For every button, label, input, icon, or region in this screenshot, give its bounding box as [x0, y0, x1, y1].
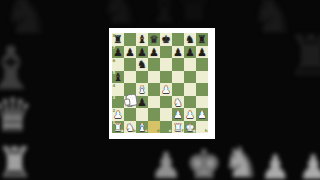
bg-pawn-icon: ♟: [260, 150, 290, 180]
square-c3[interactable]: ♟: [136, 96, 148, 109]
square-g6[interactable]: [184, 58, 196, 71]
square-d7[interactable]: ♟: [148, 46, 160, 59]
rank-label: 7: [113, 46, 116, 50]
square-f6[interactable]: [172, 58, 184, 71]
white-pawn[interactable]: ♟: [197, 108, 206, 121]
square-h6[interactable]: [196, 58, 208, 71]
square-h5[interactable]: [196, 71, 208, 84]
square-c2[interactable]: [136, 108, 148, 121]
square-h4[interactable]: [196, 83, 208, 96]
square-b7[interactable]: ♟: [124, 46, 136, 59]
rank-label: 3: [113, 96, 116, 100]
black-rook[interactable]: ♜: [197, 33, 206, 46]
square-f1[interactable]: f♜: [172, 121, 184, 134]
square-d6[interactable]: [148, 58, 160, 71]
square-d8[interactable]: ♛: [148, 33, 160, 46]
black-bishop[interactable]: ♝: [137, 33, 146, 46]
square-c8[interactable]: ♝: [136, 33, 148, 46]
bg-king-icon: ♚: [186, 144, 222, 180]
square-b8[interactable]: [124, 33, 136, 46]
rank-label: 5: [113, 71, 116, 75]
bg-knight-icon: ♞: [100, 0, 139, 30]
white-pawn[interactable]: ♟: [161, 83, 170, 96]
square-e6[interactable]: [160, 58, 172, 71]
square-a8[interactable]: 8♜: [112, 33, 124, 46]
square-e8[interactable]: ♚: [160, 33, 172, 46]
square-e5[interactable]: [160, 71, 172, 84]
square-e2[interactable]: [160, 108, 172, 121]
square-d3[interactable]: [148, 96, 160, 109]
square-a6[interactable]: 6: [112, 58, 124, 71]
square-f4[interactable]: [172, 83, 184, 96]
square-e3[interactable]: [160, 96, 172, 109]
square-h3[interactable]: [196, 96, 208, 109]
square-c6[interactable]: ♞: [136, 58, 148, 71]
white-pawn[interactable]: ♟: [185, 108, 194, 121]
square-g7[interactable]: ♟: [184, 46, 196, 59]
square-g3[interactable]: [184, 96, 196, 109]
square-d2[interactable]: [148, 108, 160, 121]
rank-label: 4: [113, 84, 116, 88]
square-e1[interactable]: e: [160, 121, 172, 134]
square-g5[interactable]: [184, 71, 196, 84]
bg-queen-icon: ♛: [0, 92, 33, 138]
black-pawn[interactable]: ♟: [197, 46, 206, 59]
square-d5[interactable]: [148, 71, 160, 84]
white-pawn[interactable]: ♟: [173, 108, 182, 121]
rank-label: 6: [113, 59, 116, 63]
square-h2[interactable]: ♟: [196, 108, 208, 121]
black-knight[interactable]: ♞: [185, 33, 194, 46]
black-pawn[interactable]: ♟: [185, 46, 194, 59]
square-h8[interactable]: ♜: [196, 33, 208, 46]
square-a4[interactable]: 4: [112, 83, 124, 96]
square-b1[interactable]: b♞: [124, 121, 136, 134]
rank-label: 1: [113, 121, 116, 125]
square-e7[interactable]: [160, 46, 172, 59]
bg-rook-icon: ♜: [286, 28, 320, 84]
square-g2[interactable]: ♟: [184, 108, 196, 121]
square-d1[interactable]: d: [148, 121, 160, 134]
bg-queen-icon: ♛: [176, 0, 212, 26]
black-knight[interactable]: ♞: [137, 58, 146, 71]
square-d4[interactable]: [148, 83, 160, 96]
square-g1[interactable]: g♚: [184, 121, 196, 134]
square-f3[interactable]: ♞: [172, 96, 184, 109]
black-king[interactable]: ♚: [161, 33, 170, 46]
square-a5[interactable]: 5♝: [112, 71, 124, 84]
square-a7[interactable]: 7♟: [112, 46, 124, 59]
rank-label: 8: [113, 34, 116, 38]
black-queen[interactable]: ♛: [149, 33, 158, 46]
black-pawn[interactable]: ♟: [149, 46, 158, 59]
square-f5[interactable]: [172, 71, 184, 84]
video-frame: ♞♞♝♛♞♝♛♜♜♟♚♞♟♟ 8♜♝♛♚♞♜7♟♟♟♟♟♟♟6♞5♝4♝♟3♛♟…: [0, 0, 320, 180]
white-knight[interactable]: ♞: [173, 96, 182, 109]
square-a2[interactable]: 2♟: [112, 108, 124, 121]
rank-label: 2: [113, 109, 116, 113]
square-e4[interactable]: ♟: [160, 83, 172, 96]
bg-pawn-icon: ♟: [298, 150, 320, 180]
square-b2[interactable]: [124, 108, 136, 121]
bg-pawn-icon: ♟: [150, 148, 182, 180]
square-h1[interactable]: h: [196, 121, 208, 134]
grab-hand-cursor: [125, 93, 138, 106]
square-g4[interactable]: [184, 83, 196, 96]
black-pawn[interactable]: ♟: [125, 46, 134, 59]
square-f8[interactable]: [172, 33, 184, 46]
square-g8[interactable]: ♞: [184, 33, 196, 46]
white-bishop[interactable]: ♝: [137, 83, 146, 96]
square-f2[interactable]: ♟: [172, 108, 184, 121]
black-pawn[interactable]: ♟: [173, 46, 182, 59]
square-a3[interactable]: 3: [112, 96, 124, 109]
chess-board[interactable]: 8♜♝♛♚♞♜7♟♟♟♟♟♟♟6♞5♝4♝♟3♛♟♞2♟♟♟♟1a♜b♞c♝de…: [112, 33, 208, 133]
bg-knight-icon: ♞: [222, 142, 260, 180]
square-f7[interactable]: ♟: [172, 46, 184, 59]
square-c4[interactable]: ♝: [136, 83, 148, 96]
square-a1[interactable]: 1a♜: [112, 121, 124, 134]
black-pawn[interactable]: ♟: [137, 46, 146, 59]
file-label: h: [205, 129, 208, 133]
square-b6[interactable]: [124, 58, 136, 71]
square-c1[interactable]: c♝: [136, 121, 148, 134]
square-b5[interactable]: [124, 71, 136, 84]
square-h7[interactable]: ♟: [196, 46, 208, 59]
black-pawn[interactable]: ♟: [137, 96, 146, 109]
bg-rook-icon: ♜: [0, 142, 34, 180]
square-c5[interactable]: [136, 71, 148, 84]
square-c7[interactable]: ♟: [136, 46, 148, 59]
